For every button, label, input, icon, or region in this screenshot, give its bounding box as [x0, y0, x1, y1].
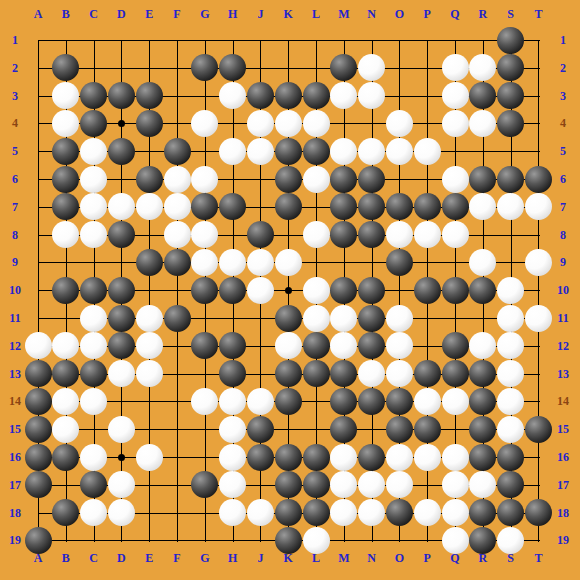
column-bottom-label-L: L — [306, 551, 326, 565]
white-stone — [247, 388, 274, 415]
white-stone — [275, 110, 302, 137]
white-stone — [108, 471, 135, 498]
white-stone — [497, 360, 524, 387]
row-right-label-2: 2 — [550, 61, 576, 75]
white-stone — [358, 499, 385, 526]
white-stone — [136, 305, 163, 332]
white-stone — [247, 138, 274, 165]
white-stone — [219, 499, 246, 526]
black-stone — [80, 82, 107, 109]
goban-page: AABBCCDDEEFFGGHHJJKKLLMMNNOOPPQQRRSSTT11… — [0, 0, 580, 580]
row-right-label-10: 10 — [550, 283, 576, 297]
column-top-label-D: D — [111, 7, 131, 21]
column-bottom-label-T: T — [528, 551, 548, 565]
column-bottom-label-C: C — [84, 551, 104, 565]
white-stone — [358, 360, 385, 387]
row-right-label-7: 7 — [550, 200, 576, 214]
column-top-label-G: G — [195, 7, 215, 21]
black-stone — [25, 388, 52, 415]
white-stone — [275, 332, 302, 359]
black-stone — [275, 193, 302, 220]
black-stone — [136, 110, 163, 137]
row-right-label-14: 14 — [550, 394, 576, 408]
white-stone — [525, 249, 552, 276]
black-stone — [358, 221, 385, 248]
white-stone — [386, 110, 413, 137]
white-stone — [414, 221, 441, 248]
black-stone — [303, 499, 330, 526]
white-stone — [414, 138, 441, 165]
black-stone — [136, 249, 163, 276]
column-top-label-B: B — [56, 7, 76, 21]
white-stone — [136, 444, 163, 471]
white-stone — [469, 249, 496, 276]
black-stone — [497, 499, 524, 526]
row-left-label-15: 15 — [2, 422, 28, 436]
column-bottom-label-A: A — [28, 551, 48, 565]
white-stone — [497, 277, 524, 304]
white-stone — [497, 416, 524, 443]
black-stone — [52, 166, 79, 193]
black-stone — [414, 416, 441, 443]
white-stone — [108, 499, 135, 526]
white-stone — [442, 221, 469, 248]
black-stone — [386, 388, 413, 415]
white-stone — [303, 527, 330, 554]
column-bottom-label-K: K — [278, 551, 298, 565]
black-stone — [469, 166, 496, 193]
column-bottom-label-S: S — [501, 551, 521, 565]
column-top-label-T: T — [528, 7, 548, 21]
white-stone — [247, 277, 274, 304]
white-stone — [219, 416, 246, 443]
black-stone — [108, 138, 135, 165]
column-top-label-P: P — [417, 7, 437, 21]
black-stone — [136, 82, 163, 109]
white-stone — [442, 388, 469, 415]
black-stone — [219, 277, 246, 304]
row-left-label-9: 9 — [2, 255, 28, 269]
column-bottom-label-H: H — [223, 551, 243, 565]
white-stone — [358, 82, 385, 109]
row-left-label-8: 8 — [2, 228, 28, 242]
white-stone — [108, 193, 135, 220]
black-stone — [275, 444, 302, 471]
black-stone — [303, 444, 330, 471]
white-stone — [330, 138, 357, 165]
white-stone — [247, 249, 274, 276]
column-top-label-J: J — [250, 7, 270, 21]
black-stone — [358, 444, 385, 471]
column-top-label-H: H — [223, 7, 243, 21]
row-right-label-11: 11 — [550, 311, 576, 325]
black-stone — [497, 444, 524, 471]
row-right-label-18: 18 — [550, 506, 576, 520]
column-top-label-E: E — [139, 7, 159, 21]
white-stone — [442, 471, 469, 498]
black-stone — [52, 138, 79, 165]
black-stone — [275, 138, 302, 165]
black-stone — [275, 527, 302, 554]
black-stone — [414, 360, 441, 387]
white-stone — [275, 249, 302, 276]
black-stone — [303, 332, 330, 359]
column-top-label-K: K — [278, 7, 298, 21]
column-top-label-F: F — [167, 7, 187, 21]
black-stone — [108, 305, 135, 332]
column-bottom-label-R: R — [473, 551, 493, 565]
row-right-label-17: 17 — [550, 478, 576, 492]
white-stone — [219, 388, 246, 415]
white-stone — [414, 499, 441, 526]
white-stone — [80, 388, 107, 415]
black-stone — [330, 388, 357, 415]
black-stone — [330, 416, 357, 443]
white-stone — [330, 305, 357, 332]
white-stone — [191, 249, 218, 276]
black-stone — [247, 444, 274, 471]
white-stone — [80, 305, 107, 332]
black-stone — [108, 332, 135, 359]
black-stone — [136, 166, 163, 193]
row-left-label-16: 16 — [2, 450, 28, 464]
black-stone — [164, 138, 191, 165]
black-stone — [386, 193, 413, 220]
black-stone — [247, 416, 274, 443]
white-stone — [442, 82, 469, 109]
row-right-label-12: 12 — [550, 339, 576, 353]
black-stone — [275, 499, 302, 526]
white-stone — [108, 416, 135, 443]
white-stone — [52, 388, 79, 415]
column-top-label-O: O — [389, 7, 409, 21]
row-right-label-4: 4 — [550, 116, 576, 130]
column-bottom-label-E: E — [139, 551, 159, 565]
white-stone — [469, 110, 496, 137]
black-stone — [497, 82, 524, 109]
row-left-label-3: 3 — [2, 89, 28, 103]
black-stone — [247, 82, 274, 109]
white-stone — [386, 332, 413, 359]
black-stone — [108, 82, 135, 109]
white-stone — [303, 110, 330, 137]
black-stone — [442, 360, 469, 387]
white-stone — [386, 221, 413, 248]
white-stone — [108, 360, 135, 387]
black-stone — [442, 332, 469, 359]
white-stone — [80, 166, 107, 193]
white-stone — [497, 388, 524, 415]
column-bottom-label-P: P — [417, 551, 437, 565]
black-stone — [358, 388, 385, 415]
column-top-label-Q: Q — [445, 7, 465, 21]
go-board[interactable]: AABBCCDDEEFFGGHHJJKKLLMMNNOOPPQQRRSSTT11… — [0, 0, 580, 580]
black-stone — [108, 221, 135, 248]
white-stone — [386, 360, 413, 387]
black-stone — [358, 277, 385, 304]
row-left-label-12: 12 — [2, 339, 28, 353]
white-stone — [442, 499, 469, 526]
white-stone — [386, 305, 413, 332]
black-stone — [25, 444, 52, 471]
black-stone — [80, 277, 107, 304]
black-stone — [469, 527, 496, 554]
column-bottom-label-G: G — [195, 551, 215, 565]
column-bottom-label-D: D — [111, 551, 131, 565]
row-left-label-13: 13 — [2, 367, 28, 381]
white-stone — [358, 138, 385, 165]
row-right-label-6: 6 — [550, 172, 576, 186]
black-stone — [275, 388, 302, 415]
row-right-label-19: 19 — [550, 533, 576, 547]
black-stone — [219, 360, 246, 387]
black-stone — [275, 305, 302, 332]
black-stone — [386, 249, 413, 276]
white-stone — [25, 332, 52, 359]
white-stone — [303, 166, 330, 193]
white-stone — [80, 221, 107, 248]
white-stone — [219, 249, 246, 276]
white-stone — [247, 110, 274, 137]
black-stone — [275, 82, 302, 109]
black-stone — [25, 527, 52, 554]
white-stone — [497, 527, 524, 554]
black-stone — [247, 221, 274, 248]
row-left-label-19: 19 — [2, 533, 28, 547]
black-stone — [469, 388, 496, 415]
row-right-label-3: 3 — [550, 89, 576, 103]
black-stone — [275, 471, 302, 498]
white-stone — [442, 110, 469, 137]
column-top-label-N: N — [362, 7, 382, 21]
black-stone — [303, 471, 330, 498]
black-stone — [525, 416, 552, 443]
black-stone — [303, 138, 330, 165]
black-stone — [303, 360, 330, 387]
column-bottom-label-Q: Q — [445, 551, 465, 565]
row-right-label-8: 8 — [550, 228, 576, 242]
column-top-label-S: S — [501, 7, 521, 21]
white-stone — [386, 471, 413, 498]
black-stone — [469, 416, 496, 443]
column-top-label-L: L — [306, 7, 326, 21]
white-stone — [136, 332, 163, 359]
white-stone — [442, 527, 469, 554]
white-stone — [386, 138, 413, 165]
column-bottom-label-J: J — [250, 551, 270, 565]
column-bottom-label-F: F — [167, 551, 187, 565]
white-stone — [525, 193, 552, 220]
white-stone — [219, 444, 246, 471]
black-stone — [497, 110, 524, 137]
black-stone — [497, 27, 524, 54]
white-stone — [525, 305, 552, 332]
black-stone — [80, 360, 107, 387]
row-left-label-1: 1 — [2, 33, 28, 47]
row-right-label-1: 1 — [550, 33, 576, 47]
column-top-label-C: C — [84, 7, 104, 21]
white-stone — [52, 110, 79, 137]
white-stone — [219, 138, 246, 165]
black-stone — [414, 193, 441, 220]
black-stone — [497, 166, 524, 193]
black-stone — [191, 277, 218, 304]
row-right-label-16: 16 — [550, 450, 576, 464]
white-stone — [247, 499, 274, 526]
white-stone — [442, 444, 469, 471]
white-stone — [497, 305, 524, 332]
white-stone — [164, 166, 191, 193]
row-left-label-2: 2 — [2, 61, 28, 75]
row-left-label-10: 10 — [2, 283, 28, 297]
black-stone — [442, 277, 469, 304]
row-left-label-7: 7 — [2, 200, 28, 214]
column-top-label-M: M — [334, 7, 354, 21]
black-stone — [25, 360, 52, 387]
column-bottom-label-M: M — [334, 551, 354, 565]
row-left-label-14: 14 — [2, 394, 28, 408]
column-top-label-R: R — [473, 7, 493, 21]
black-stone — [52, 444, 79, 471]
black-stone — [525, 499, 552, 526]
white-stone — [52, 416, 79, 443]
row-right-label-13: 13 — [550, 367, 576, 381]
row-left-label-5: 5 — [2, 144, 28, 158]
white-stone — [80, 499, 107, 526]
row-left-label-11: 11 — [2, 311, 28, 325]
column-bottom-label-O: O — [389, 551, 409, 565]
row-right-label-9: 9 — [550, 255, 576, 269]
white-stone — [303, 305, 330, 332]
black-stone — [25, 416, 52, 443]
black-stone — [164, 249, 191, 276]
black-stone — [275, 166, 302, 193]
black-stone — [25, 471, 52, 498]
black-stone — [303, 82, 330, 109]
row-left-label-18: 18 — [2, 506, 28, 520]
white-stone — [414, 444, 441, 471]
column-bottom-label-B: B — [56, 551, 76, 565]
black-stone — [442, 193, 469, 220]
black-stone — [164, 305, 191, 332]
row-left-label-6: 6 — [2, 172, 28, 186]
white-stone — [80, 444, 107, 471]
black-stone — [108, 277, 135, 304]
white-stone — [191, 166, 218, 193]
white-stone — [442, 166, 469, 193]
white-stone — [303, 221, 330, 248]
white-stone — [303, 277, 330, 304]
black-stone — [469, 277, 496, 304]
black-stone — [358, 166, 385, 193]
white-stone — [219, 82, 246, 109]
black-stone — [525, 166, 552, 193]
white-stone — [414, 388, 441, 415]
black-stone — [386, 499, 413, 526]
white-stone — [386, 444, 413, 471]
black-stone — [80, 110, 107, 137]
black-stone — [414, 277, 441, 304]
row-right-label-5: 5 — [550, 144, 576, 158]
row-left-label-17: 17 — [2, 478, 28, 492]
white-stone — [164, 193, 191, 220]
black-stone — [469, 444, 496, 471]
white-stone — [330, 444, 357, 471]
row-right-label-15: 15 — [550, 422, 576, 436]
black-stone — [386, 416, 413, 443]
white-stone — [136, 360, 163, 387]
black-stone — [330, 166, 357, 193]
column-top-label-A: A — [28, 7, 48, 21]
white-stone — [191, 110, 218, 137]
black-stone — [330, 277, 357, 304]
black-stone — [358, 305, 385, 332]
column-bottom-label-N: N — [362, 551, 382, 565]
black-stone — [275, 360, 302, 387]
black-stone — [52, 277, 79, 304]
white-stone — [191, 388, 218, 415]
white-stone — [80, 138, 107, 165]
white-stone — [164, 221, 191, 248]
white-stone — [442, 54, 469, 81]
white-stone — [136, 193, 163, 220]
row-left-label-4: 4 — [2, 116, 28, 130]
